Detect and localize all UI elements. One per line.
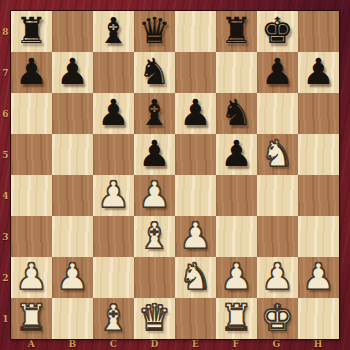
square-g2[interactable]: ♟ [257, 257, 298, 298]
black-pawn-a7[interactable]: ♟ [15, 54, 47, 90]
white-rook-a1[interactable]: ♜ [15, 300, 47, 336]
white-knight-e2[interactable]: ♞ [179, 259, 211, 295]
file-labels: ABCDEFGH [11, 338, 339, 350]
black-pawn-g7[interactable]: ♟ [261, 54, 293, 90]
black-pawn-d5[interactable]: ♟ [138, 136, 170, 172]
black-knight-d7[interactable]: ♞ [138, 54, 170, 90]
square-d5[interactable]: ♟ [134, 134, 175, 175]
black-pawn-b7[interactable]: ♟ [56, 54, 88, 90]
white-king-g1[interactable]: ♚ [261, 300, 293, 336]
square-b4[interactable] [52, 175, 93, 216]
square-e7[interactable] [175, 52, 216, 93]
white-pawn-a2[interactable]: ♟ [15, 259, 47, 295]
square-a2[interactable]: ♟ [11, 257, 52, 298]
square-c5[interactable] [93, 134, 134, 175]
square-h5[interactable] [298, 134, 339, 175]
square-c2[interactable] [93, 257, 134, 298]
black-pawn-e6[interactable]: ♟ [179, 95, 211, 131]
black-rook-a8[interactable]: ♜ [15, 13, 47, 49]
square-d1[interactable]: ♛ [134, 298, 175, 339]
square-d6[interactable]: ♝ [134, 93, 175, 134]
square-f6[interactable]: ♞ [216, 93, 257, 134]
square-c6[interactable]: ♟ [93, 93, 134, 134]
file-label-c: C [110, 339, 117, 349]
rank-label-4: 4 [2, 191, 8, 201]
black-bishop-c8[interactable]: ♝ [97, 13, 129, 49]
square-f2[interactable]: ♟ [216, 257, 257, 298]
square-f7[interactable] [216, 52, 257, 93]
square-f5[interactable]: ♟ [216, 134, 257, 175]
black-pawn-h7[interactable]: ♟ [302, 54, 334, 90]
file-label-b: B [68, 339, 76, 349]
square-b3[interactable] [52, 216, 93, 257]
square-g3[interactable] [257, 216, 298, 257]
square-b8[interactable] [52, 11, 93, 52]
white-pawn-f2[interactable]: ♟ [220, 259, 252, 295]
square-a1[interactable]: ♜ [11, 298, 52, 339]
square-h3[interactable] [298, 216, 339, 257]
square-a5[interactable] [11, 134, 52, 175]
square-a8[interactable]: ♜ [11, 11, 52, 52]
square-f1[interactable]: ♜ [216, 298, 257, 339]
square-e2[interactable]: ♞ [175, 257, 216, 298]
rank-label-2: 2 [2, 273, 8, 283]
black-queen-d8[interactable]: ♛ [138, 13, 170, 49]
square-h8[interactable] [298, 11, 339, 52]
square-e6[interactable]: ♟ [175, 93, 216, 134]
rank-labels: 87654321 [0, 11, 11, 339]
white-knight-g5[interactable]: ♞ [261, 136, 293, 172]
white-pawn-c4[interactable]: ♟ [97, 177, 129, 213]
square-c3[interactable] [93, 216, 134, 257]
square-d8[interactable]: ♛ [134, 11, 175, 52]
square-g6[interactable] [257, 93, 298, 134]
rank-label-5: 5 [2, 150, 8, 160]
file-label-d: D [150, 339, 158, 349]
black-knight-f6[interactable]: ♞ [220, 95, 252, 131]
square-c7[interactable] [93, 52, 134, 93]
rank-label-6: 6 [2, 109, 8, 119]
square-e3[interactable]: ♟ [175, 216, 216, 257]
file-label-e: E [192, 339, 199, 349]
square-d4[interactable]: ♟ [134, 175, 175, 216]
rank-label-7: 7 [2, 68, 8, 78]
black-bishop-d6[interactable]: ♝ [138, 95, 170, 131]
rank-label-1: 1 [2, 314, 8, 324]
file-label-h: H [314, 339, 323, 349]
square-b1[interactable] [52, 298, 93, 339]
file-label-f: F [232, 339, 238, 349]
square-d7[interactable]: ♞ [134, 52, 175, 93]
square-b6[interactable] [52, 93, 93, 134]
black-pawn-f5[interactable]: ♟ [220, 136, 252, 172]
square-e4[interactable] [175, 175, 216, 216]
square-b2[interactable]: ♟ [52, 257, 93, 298]
white-pawn-d4[interactable]: ♟ [138, 177, 170, 213]
white-pawn-e3[interactable]: ♟ [179, 218, 211, 254]
chess-board: ♜♝♛♜♚♟♟♞♟♟♟♝♟♞♟♟♞♟♟♝♟♟♟♞♟♟♟♜♝♛♜♚ [11, 11, 339, 339]
square-c8[interactable]: ♝ [93, 11, 134, 52]
black-rook-f8[interactable]: ♜ [220, 13, 252, 49]
square-f8[interactable]: ♜ [216, 11, 257, 52]
square-g1[interactable]: ♚ [257, 298, 298, 339]
square-f3[interactable] [216, 216, 257, 257]
white-pawn-h2[interactable]: ♟ [302, 259, 334, 295]
rank-label-8: 8 [2, 27, 8, 37]
square-h6[interactable] [298, 93, 339, 134]
square-e1[interactable] [175, 298, 216, 339]
square-h7[interactable]: ♟ [298, 52, 339, 93]
white-bishop-d3[interactable]: ♝ [138, 218, 170, 254]
white-bishop-c1[interactable]: ♝ [97, 300, 129, 336]
square-d3[interactable]: ♝ [134, 216, 175, 257]
square-a7[interactable]: ♟ [11, 52, 52, 93]
square-a3[interactable] [11, 216, 52, 257]
square-c1[interactable]: ♝ [93, 298, 134, 339]
square-g8[interactable]: ♚ [257, 11, 298, 52]
square-b5[interactable] [52, 134, 93, 175]
white-pawn-g2[interactable]: ♟ [261, 259, 293, 295]
square-g4[interactable] [257, 175, 298, 216]
board-frame: 87654321 ABCDEFGH ♜♝♛♜♚♟♟♞♟♟♟♝♟♞♟♟♞♟♟♝♟♟… [0, 0, 350, 350]
square-h1[interactable] [298, 298, 339, 339]
square-c4[interactable]: ♟ [93, 175, 134, 216]
square-h4[interactable] [298, 175, 339, 216]
square-h2[interactable]: ♟ [298, 257, 339, 298]
square-g7[interactable]: ♟ [257, 52, 298, 93]
black-king-g8[interactable]: ♚ [261, 13, 293, 49]
square-e5[interactable] [175, 134, 216, 175]
file-label-a: A [28, 339, 35, 349]
square-g5[interactable]: ♞ [257, 134, 298, 175]
white-queen-d1[interactable]: ♛ [138, 300, 170, 336]
black-pawn-c6[interactable]: ♟ [97, 95, 129, 131]
rank-label-3: 3 [2, 232, 8, 242]
square-a4[interactable] [11, 175, 52, 216]
white-rook-f1[interactable]: ♜ [220, 300, 252, 336]
square-a6[interactable] [11, 93, 52, 134]
square-f4[interactable] [216, 175, 257, 216]
file-label-g: G [272, 339, 280, 349]
square-d2[interactable] [134, 257, 175, 298]
square-e8[interactable] [175, 11, 216, 52]
square-b7[interactable]: ♟ [52, 52, 93, 93]
white-pawn-b2[interactable]: ♟ [56, 259, 88, 295]
